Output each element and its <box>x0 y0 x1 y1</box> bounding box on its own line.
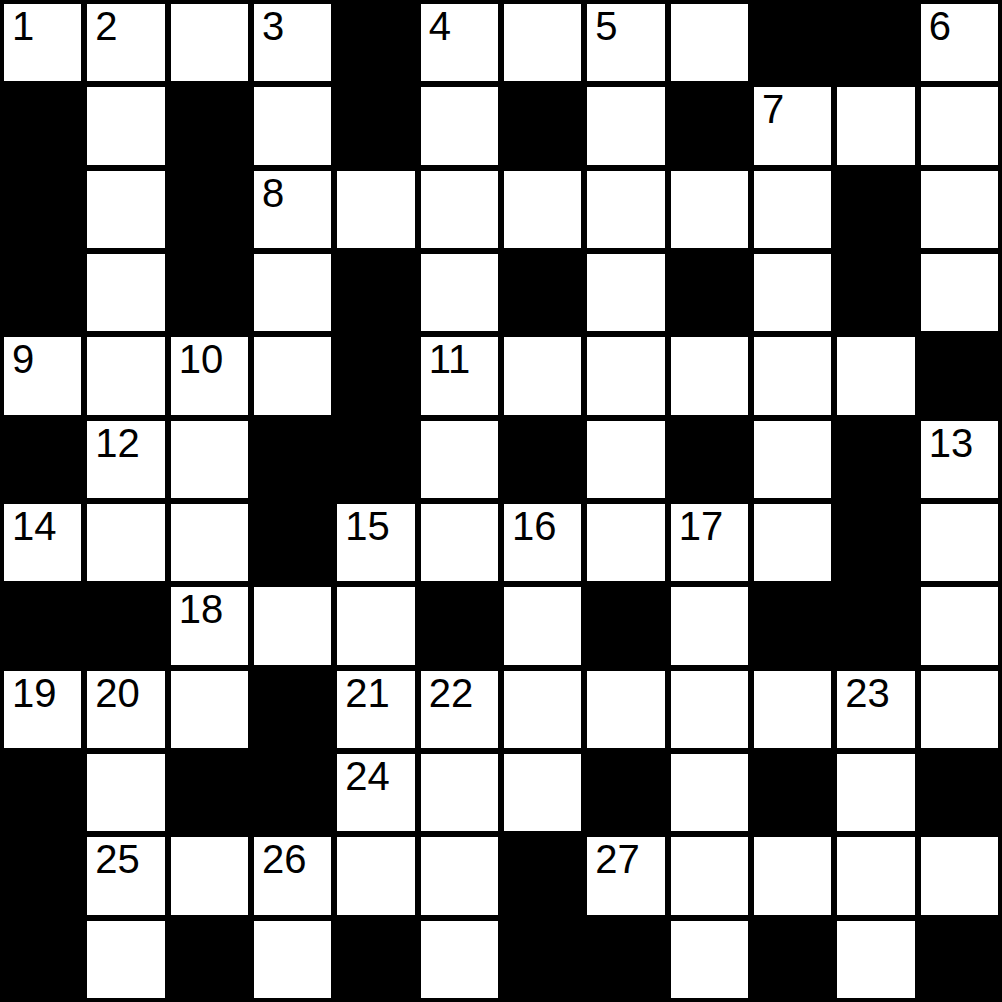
black-cell <box>168 168 251 251</box>
black-cell <box>668 84 751 167</box>
black-cell <box>584 751 667 834</box>
white-cell[interactable] <box>168 834 251 917</box>
black-cell <box>251 418 334 501</box>
black-cell <box>1 584 84 667</box>
white-cell[interactable] <box>918 168 1001 251</box>
white-cell[interactable]: 22 <box>418 668 501 751</box>
white-cell[interactable] <box>668 584 751 667</box>
white-cell[interactable] <box>418 751 501 834</box>
white-cell[interactable] <box>668 334 751 417</box>
white-cell[interactable] <box>334 168 417 251</box>
white-cell[interactable] <box>668 751 751 834</box>
white-cell[interactable]: 17 <box>668 501 751 584</box>
white-cell[interactable] <box>751 668 834 751</box>
white-cell[interactable] <box>418 251 501 334</box>
white-cell[interactable] <box>584 251 667 334</box>
clue-number: 11 <box>429 337 471 381</box>
crossword-puzzle: 1234567891011121314151617181920212223242… <box>0 0 1002 1002</box>
white-cell[interactable] <box>751 251 834 334</box>
black-cell <box>501 84 584 167</box>
black-cell <box>834 501 917 584</box>
black-cell <box>168 251 251 334</box>
white-cell[interactable] <box>834 834 917 917</box>
white-cell[interactable] <box>168 1 251 84</box>
white-cell[interactable] <box>751 418 834 501</box>
clue-number: 19 <box>12 671 57 715</box>
white-cell[interactable] <box>251 84 334 167</box>
white-cell[interactable] <box>84 168 167 251</box>
clue-number: 27 <box>595 837 640 881</box>
white-cell[interactable]: 7 <box>751 84 834 167</box>
white-cell[interactable]: 11 <box>418 334 501 417</box>
black-cell <box>334 334 417 417</box>
clue-number: 13 <box>929 421 974 465</box>
black-cell <box>251 501 334 584</box>
black-cell <box>668 418 751 501</box>
clue-number: 23 <box>845 671 890 715</box>
white-cell[interactable] <box>251 584 334 667</box>
white-cell[interactable]: 10 <box>168 334 251 417</box>
black-cell <box>668 251 751 334</box>
white-cell[interactable] <box>84 501 167 584</box>
white-cell[interactable] <box>668 668 751 751</box>
white-cell[interactable]: 8 <box>251 168 334 251</box>
white-cell[interactable] <box>418 834 501 917</box>
crossword-board: 1234567891011121314151617181920212223242… <box>1 1 1001 1001</box>
white-cell[interactable]: 16 <box>501 501 584 584</box>
white-cell[interactable]: 18 <box>168 584 251 667</box>
clue-number: 15 <box>345 504 390 548</box>
black-cell <box>168 918 251 1001</box>
clue-number: 24 <box>345 754 390 798</box>
clue-number: 3 <box>262 4 284 48</box>
black-cell <box>84 584 167 667</box>
white-cell[interactable] <box>918 834 1001 917</box>
black-cell <box>168 751 251 834</box>
white-cell[interactable]: 20 <box>84 668 167 751</box>
white-cell[interactable] <box>84 251 167 334</box>
white-cell[interactable] <box>501 1 584 84</box>
black-cell <box>418 584 501 667</box>
black-cell <box>834 1 917 84</box>
white-cell[interactable] <box>251 334 334 417</box>
black-cell <box>918 334 1001 417</box>
black-cell <box>1 84 84 167</box>
white-cell[interactable]: 3 <box>251 1 334 84</box>
white-cell[interactable] <box>584 84 667 167</box>
black-cell <box>918 918 1001 1001</box>
white-cell[interactable]: 21 <box>334 668 417 751</box>
black-cell <box>251 751 334 834</box>
black-cell <box>751 751 834 834</box>
black-cell <box>334 1 417 84</box>
black-cell <box>834 168 917 251</box>
clue-number: 21 <box>345 671 390 715</box>
white-cell[interactable] <box>84 84 167 167</box>
black-cell <box>501 834 584 917</box>
black-cell <box>334 418 417 501</box>
clue-number: 17 <box>679 504 724 548</box>
white-cell[interactable]: 2 <box>84 1 167 84</box>
white-cell[interactable] <box>918 84 1001 167</box>
black-cell <box>251 668 334 751</box>
white-cell[interactable] <box>918 584 1001 667</box>
white-cell[interactable]: 27 <box>584 834 667 917</box>
black-cell <box>751 584 834 667</box>
white-cell[interactable]: 6 <box>918 1 1001 84</box>
black-cell <box>334 918 417 1001</box>
clue-number: 7 <box>762 87 784 131</box>
white-cell[interactable] <box>668 168 751 251</box>
white-cell[interactable] <box>501 584 584 667</box>
black-cell <box>501 251 584 334</box>
clue-number: 2 <box>95 4 117 48</box>
clue-number: 16 <box>512 504 557 548</box>
clue-number: 25 <box>95 837 140 881</box>
black-cell <box>834 418 917 501</box>
white-cell[interactable] <box>668 918 751 1001</box>
black-cell <box>501 418 584 501</box>
black-cell <box>1 251 84 334</box>
white-cell[interactable] <box>834 751 917 834</box>
white-cell[interactable] <box>418 418 501 501</box>
white-cell[interactable] <box>584 334 667 417</box>
white-cell[interactable] <box>168 418 251 501</box>
black-cell <box>834 584 917 667</box>
white-cell[interactable] <box>918 501 1001 584</box>
white-cell[interactable]: 1 <box>1 1 84 84</box>
clue-number: 5 <box>595 4 617 48</box>
black-cell <box>334 251 417 334</box>
white-cell[interactable] <box>834 918 917 1001</box>
white-cell[interactable] <box>251 251 334 334</box>
white-cell[interactable] <box>418 168 501 251</box>
white-cell[interactable] <box>418 84 501 167</box>
white-cell[interactable]: 19 <box>1 668 84 751</box>
white-cell[interactable] <box>84 918 167 1001</box>
black-cell <box>751 1 834 84</box>
black-cell <box>1 418 84 501</box>
clue-number: 22 <box>429 671 474 715</box>
black-cell <box>918 751 1001 834</box>
black-cell <box>584 584 667 667</box>
black-cell <box>1 918 84 1001</box>
white-cell[interactable] <box>668 834 751 917</box>
white-cell[interactable] <box>918 251 1001 334</box>
white-cell[interactable]: 12 <box>84 418 167 501</box>
black-cell <box>834 251 917 334</box>
white-cell[interactable] <box>834 334 917 417</box>
clue-number: 20 <box>95 671 140 715</box>
white-cell[interactable]: 9 <box>1 334 84 417</box>
black-cell <box>168 84 251 167</box>
black-cell <box>751 918 834 1001</box>
white-cell[interactable] <box>501 668 584 751</box>
white-cell[interactable] <box>751 334 834 417</box>
white-cell[interactable] <box>584 168 667 251</box>
clue-number: 18 <box>179 587 224 631</box>
white-cell[interactable]: 4 <box>418 1 501 84</box>
white-cell[interactable] <box>84 334 167 417</box>
white-cell[interactable] <box>334 834 417 917</box>
black-cell <box>1 751 84 834</box>
clue-number: 10 <box>179 337 224 381</box>
white-cell[interactable]: 13 <box>918 418 1001 501</box>
white-cell[interactable] <box>584 501 667 584</box>
clue-number: 1 <box>12 4 34 48</box>
white-cell[interactable] <box>84 751 167 834</box>
black-cell <box>584 918 667 1001</box>
white-cell[interactable]: 23 <box>834 668 917 751</box>
white-cell[interactable] <box>584 668 667 751</box>
white-cell[interactable] <box>168 668 251 751</box>
white-cell[interactable] <box>751 834 834 917</box>
white-cell[interactable] <box>168 501 251 584</box>
clue-number: 14 <box>12 504 57 548</box>
white-cell[interactable]: 24 <box>334 751 417 834</box>
clue-number: 26 <box>262 837 307 881</box>
white-cell[interactable] <box>501 168 584 251</box>
white-cell[interactable]: 5 <box>584 1 667 84</box>
white-cell[interactable] <box>918 668 1001 751</box>
clue-number: 8 <box>262 171 284 215</box>
black-cell <box>1 168 84 251</box>
black-cell <box>1 834 84 917</box>
white-cell[interactable]: 26 <box>251 834 334 917</box>
white-cell[interactable] <box>418 501 501 584</box>
black-cell <box>334 84 417 167</box>
white-cell[interactable] <box>501 751 584 834</box>
white-cell[interactable] <box>751 501 834 584</box>
white-cell[interactable]: 15 <box>334 501 417 584</box>
white-cell[interactable] <box>251 918 334 1001</box>
white-cell[interactable] <box>751 168 834 251</box>
black-cell <box>501 918 584 1001</box>
white-cell[interactable] <box>584 418 667 501</box>
white-cell[interactable]: 14 <box>1 501 84 584</box>
white-cell[interactable] <box>334 584 417 667</box>
white-cell[interactable] <box>668 1 751 84</box>
clue-number: 12 <box>95 421 140 465</box>
white-cell[interactable] <box>418 918 501 1001</box>
clue-number: 4 <box>429 4 451 48</box>
white-cell[interactable]: 25 <box>84 834 167 917</box>
clue-number: 9 <box>12 337 34 381</box>
white-cell[interactable] <box>834 84 917 167</box>
white-cell[interactable] <box>501 334 584 417</box>
clue-number: 6 <box>929 4 951 48</box>
